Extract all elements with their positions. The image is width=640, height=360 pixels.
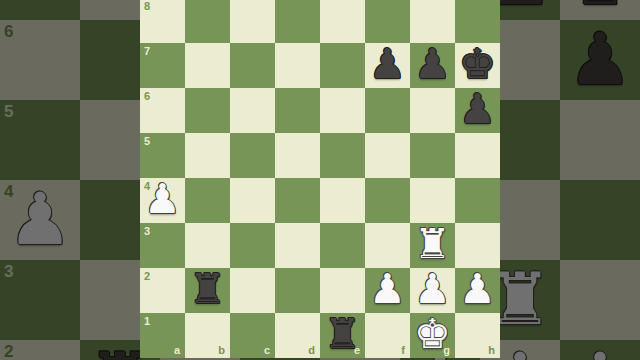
square-a2[interactable]: 2 — [140, 268, 185, 313]
square-f6[interactable] — [365, 88, 410, 133]
file-label-a: a — [174, 345, 180, 356]
square-b3[interactable] — [185, 223, 230, 268]
square-e8[interactable] — [320, 0, 365, 43]
rank-label-6: 6 — [144, 91, 150, 102]
square-d5[interactable] — [275, 133, 320, 178]
square-b7[interactable] — [185, 43, 230, 88]
square-c5[interactable] — [230, 133, 275, 178]
square-c6[interactable] — [230, 88, 275, 133]
square-a8[interactable]: 8 — [140, 0, 185, 43]
square-e4[interactable] — [320, 178, 365, 223]
square-c1[interactable]: c — [230, 313, 275, 358]
piece-white-pawn-a4[interactable]: ♟ — [140, 177, 185, 222]
square-h8[interactable] — [455, 0, 500, 43]
rank-label-2: 2 — [144, 271, 150, 282]
square-h3[interactable] — [455, 223, 500, 268]
piece-black-king-h7[interactable]: ♚ — [455, 42, 500, 87]
square-g6[interactable] — [410, 88, 455, 133]
square-b5[interactable] — [185, 133, 230, 178]
square-h1[interactable]: h — [455, 313, 500, 358]
square-c7[interactable] — [230, 43, 275, 88]
square-e2[interactable] — [320, 268, 365, 313]
square-f3[interactable] — [365, 223, 410, 268]
square-c8[interactable] — [230, 0, 275, 43]
square-d6[interactable] — [275, 88, 320, 133]
square-d2[interactable] — [275, 268, 320, 313]
square-a3[interactable]: 3 — [140, 223, 185, 268]
piece-white-rook-g3[interactable]: ♜ — [410, 222, 455, 267]
piece-white-king-g1[interactable]: ♚ — [410, 312, 455, 357]
square-b1[interactable]: b — [185, 313, 230, 358]
square-e3[interactable] — [320, 223, 365, 268]
rank-label-3: 3 — [144, 226, 150, 237]
piece-white-pawn-h2[interactable]: ♟ — [455, 267, 500, 312]
square-d8[interactable] — [275, 0, 320, 43]
rank-label-1: 1 — [144, 316, 150, 327]
square-f4[interactable] — [365, 178, 410, 223]
square-d4[interactable] — [275, 178, 320, 223]
piece-white-pawn-g2[interactable]: ♟ — [410, 267, 455, 312]
square-e6[interactable] — [320, 88, 365, 133]
square-f8[interactable] — [365, 0, 410, 43]
square-g5[interactable] — [410, 133, 455, 178]
square-d7[interactable] — [275, 43, 320, 88]
file-label-h: h — [488, 345, 495, 356]
file-label-c: c — [264, 345, 270, 356]
square-e5[interactable] — [320, 133, 365, 178]
square-f5[interactable] — [365, 133, 410, 178]
square-a6[interactable]: 6 — [140, 88, 185, 133]
square-b4[interactable] — [185, 178, 230, 223]
video-frame: 65432♟♟♚♟♟♜♜♟♟♟♜♚ 87654321abcdefgh♟♟♚♟♟♜… — [0, 0, 640, 360]
square-e7[interactable] — [320, 43, 365, 88]
square-b8[interactable] — [185, 0, 230, 43]
square-a7[interactable]: 7 — [140, 43, 185, 88]
file-label-d: d — [308, 345, 315, 356]
piece-black-pawn-g7[interactable]: ♟ — [410, 42, 455, 87]
square-g4[interactable] — [410, 178, 455, 223]
square-f1[interactable]: f — [365, 313, 410, 358]
rank-label-7: 7 — [144, 46, 150, 57]
square-d1[interactable]: d — [275, 313, 320, 358]
square-g8[interactable] — [410, 0, 455, 43]
square-c4[interactable] — [230, 178, 275, 223]
rank-label-8: 8 — [144, 1, 150, 12]
square-h4[interactable] — [455, 178, 500, 223]
square-h5[interactable] — [455, 133, 500, 178]
square-a1[interactable]: 1a — [140, 313, 185, 358]
piece-black-rook-e1[interactable]: ♜ — [320, 312, 365, 357]
piece-black-rook-b2[interactable]: ♜ — [185, 267, 230, 312]
rank-label-5: 5 — [144, 136, 150, 147]
piece-black-pawn-f7[interactable]: ♟ — [365, 42, 410, 87]
square-c3[interactable] — [230, 223, 275, 268]
piece-black-pawn-h6[interactable]: ♟ — [455, 87, 500, 132]
file-label-b: b — [218, 345, 225, 356]
chess-board[interactable]: 87654321abcdefgh♟♟♚♟♟♜♜♟♟♟♜♚ — [140, 0, 500, 358]
file-label-f: f — [401, 345, 405, 356]
square-b6[interactable] — [185, 88, 230, 133]
square-c2[interactable] — [230, 268, 275, 313]
square-d3[interactable] — [275, 223, 320, 268]
square-a5[interactable]: 5 — [140, 133, 185, 178]
piece-white-pawn-f2[interactable]: ♟ — [365, 267, 410, 312]
